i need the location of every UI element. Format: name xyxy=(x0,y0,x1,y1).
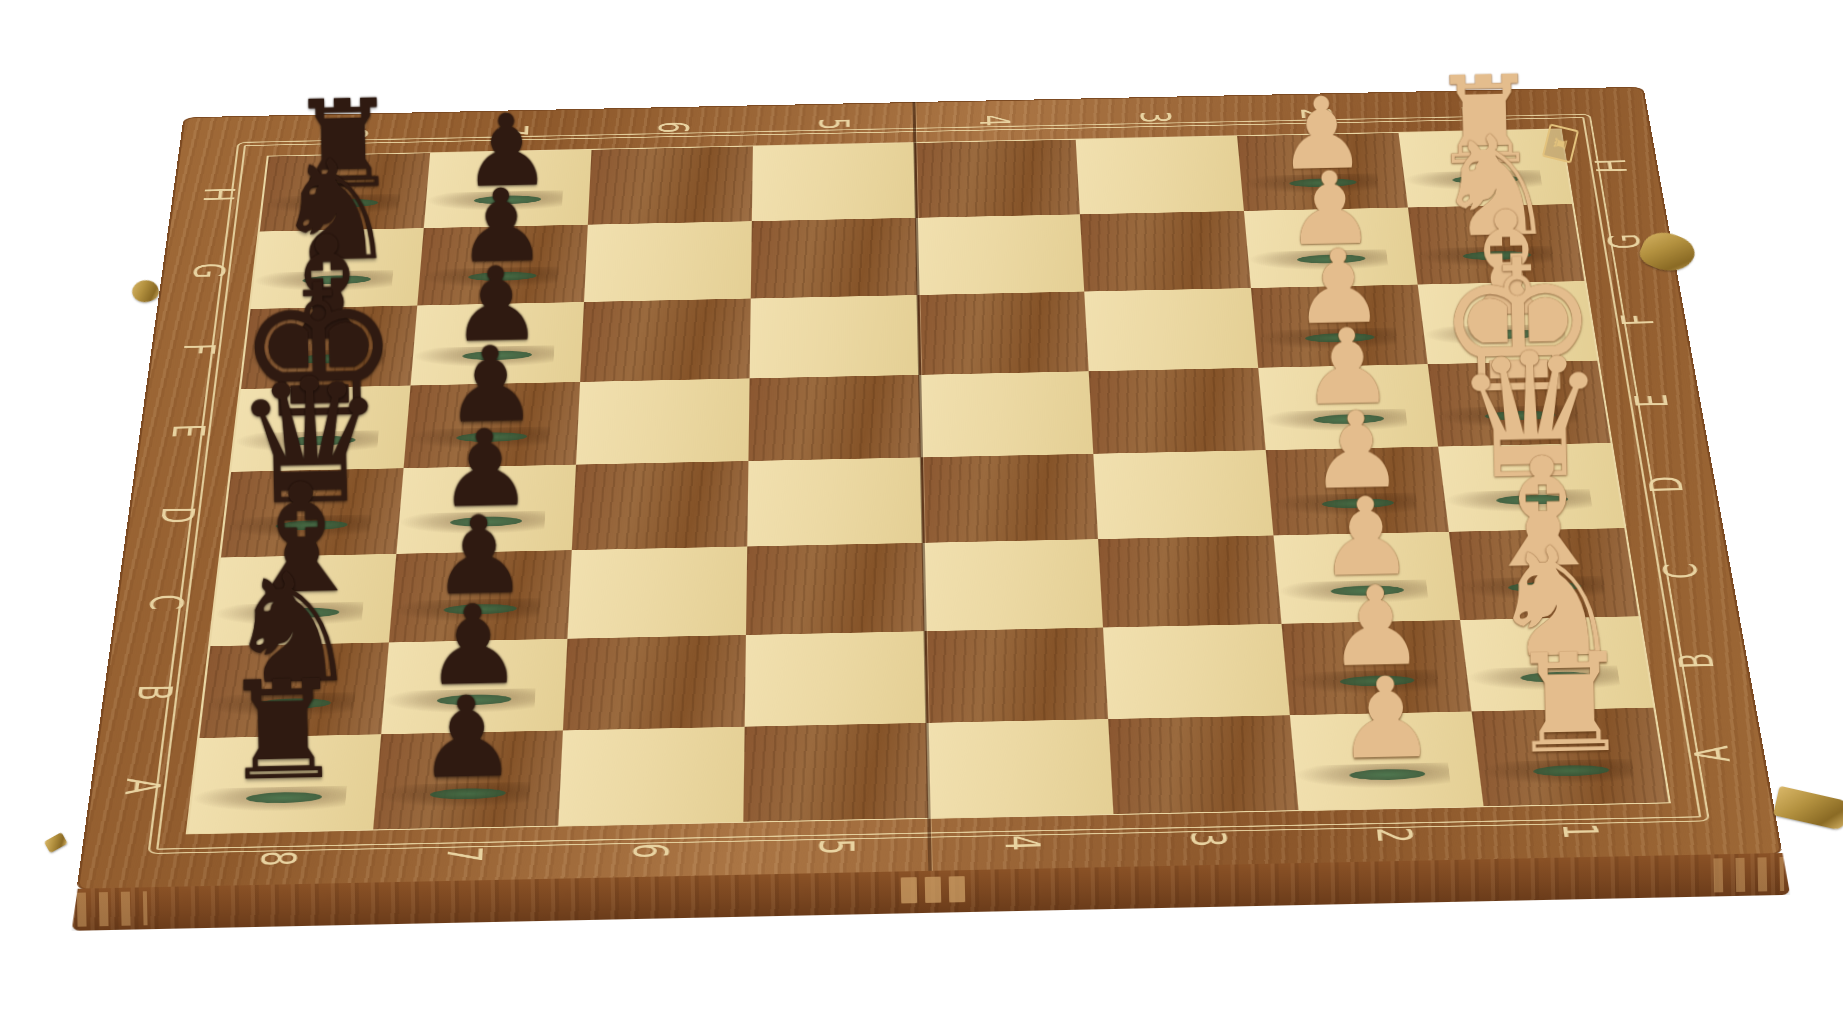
rank-label-bottom-4: 4 xyxy=(995,835,1049,852)
file-label-left-C: C xyxy=(139,594,192,611)
square-h5[interactable] xyxy=(752,143,916,221)
square-d6[interactable] xyxy=(572,461,749,550)
square-g6[interactable] xyxy=(584,221,752,302)
rank-label-top-4: 4 xyxy=(971,114,1018,127)
file-label-left-H: H xyxy=(194,187,243,203)
rank-label-bottom-8: 8 xyxy=(250,850,305,867)
rank-label-top-6: 6 xyxy=(650,121,697,134)
square-d3[interactable] xyxy=(1093,450,1273,539)
rank-label-bottom-6: 6 xyxy=(623,842,677,859)
file-label-right-E: E xyxy=(1626,393,1677,408)
square-b3[interactable] xyxy=(1103,624,1290,719)
square-c3[interactable] xyxy=(1098,535,1281,627)
square-c4[interactable] xyxy=(923,539,1103,631)
square-e5[interactable] xyxy=(748,375,920,461)
square-b4[interactable] xyxy=(924,628,1108,723)
square-g4[interactable] xyxy=(916,214,1084,295)
rank-label-bottom-2: 2 xyxy=(1366,827,1421,844)
square-g5[interactable] xyxy=(751,218,918,299)
file-label-right-D: D xyxy=(1640,475,1693,493)
finger-joint xyxy=(900,877,917,903)
rank-label-bottom-7: 7 xyxy=(437,846,492,863)
dovetail-joint-right xyxy=(1713,857,1784,892)
square-c6[interactable] xyxy=(567,546,747,638)
file-label-left-F: F xyxy=(174,343,224,356)
photo-stage: 8765432187654321HGFEDCBAHGFEDCBA♜♞♝♚♛♝♞♜… xyxy=(0,0,1843,1024)
square-e6[interactable] xyxy=(576,378,750,464)
rank-label-top-3: 3 xyxy=(1131,111,1178,124)
square-g3[interactable] xyxy=(1080,211,1251,292)
board-tilt-group: 8765432187654321HGFEDCBAHGFEDCBA♜♞♝♚♛♝♞♜… xyxy=(0,0,1843,1024)
file-label-right-B: B xyxy=(1669,652,1724,669)
square-b6[interactable] xyxy=(563,635,746,730)
square-f4[interactable] xyxy=(917,292,1088,375)
maker-stamp-glyph: ♜ xyxy=(1550,134,1572,152)
square-f3[interactable] xyxy=(1084,288,1258,371)
piece-white-pawn-a2[interactable]: ♟ xyxy=(1293,659,1479,774)
square-b5[interactable] xyxy=(745,631,927,726)
piece-black-rook-a8[interactable]: ♜ xyxy=(190,658,377,797)
rank-label-bottom-3: 3 xyxy=(1181,831,1236,848)
square-a4[interactable] xyxy=(926,719,1113,818)
square-a5[interactable] xyxy=(743,723,928,822)
piece-white-rook-a1[interactable]: ♜ xyxy=(1476,631,1663,770)
square-a3[interactable] xyxy=(1108,715,1298,814)
rank-label-bottom-5: 5 xyxy=(809,838,863,855)
file-label-right-F: F xyxy=(1613,313,1663,326)
file-label-right-C: C xyxy=(1654,562,1708,579)
file-label-right-H: H xyxy=(1587,158,1636,173)
square-f6[interactable] xyxy=(580,299,751,382)
square-h3[interactable] xyxy=(1076,136,1244,214)
file-label-left-B: B xyxy=(127,684,181,701)
chess-board: 8765432187654321HGFEDCBAHGFEDCBA♜♞♝♚♛♝♞♜… xyxy=(76,87,1782,891)
rank-label-top-5: 5 xyxy=(810,118,856,131)
square-a6[interactable] xyxy=(558,727,744,826)
square-f5[interactable] xyxy=(750,295,920,378)
file-label-left-G: G xyxy=(184,263,234,279)
square-e4[interactable] xyxy=(919,371,1093,457)
square-d5[interactable] xyxy=(747,457,922,546)
finger-joint xyxy=(948,876,965,902)
file-label-left-E: E xyxy=(163,424,214,439)
square-h4[interactable] xyxy=(914,140,1080,218)
dovetail-joint-left xyxy=(77,891,148,926)
square-c5[interactable] xyxy=(746,543,925,635)
piece-black-pawn-a7[interactable]: ♟ xyxy=(374,678,560,793)
square-e3[interactable] xyxy=(1089,368,1266,454)
file-label-left-A: A xyxy=(115,777,170,795)
square-h6[interactable] xyxy=(588,146,753,224)
square-d4[interactable] xyxy=(921,454,1098,543)
file-label-left-D: D xyxy=(151,506,203,524)
finger-joint xyxy=(924,877,941,903)
file-label-right-A: A xyxy=(1685,745,1741,763)
rank-label-bottom-1: 1 xyxy=(1552,823,1608,840)
